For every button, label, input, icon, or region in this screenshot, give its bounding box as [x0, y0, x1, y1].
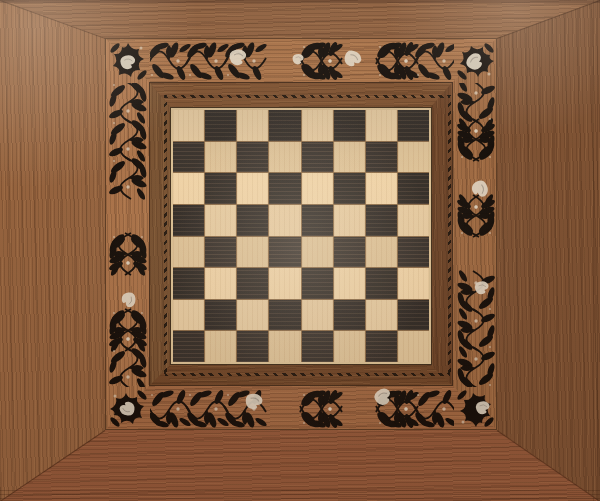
square-d5[interactable] [269, 205, 300, 236]
mother-of-pearl-icon [472, 280, 490, 295]
square-a5[interactable] [173, 205, 204, 236]
floral-vine-icon-left [106, 83, 150, 387]
square-d6[interactable] [269, 173, 300, 204]
square-a7[interactable] [173, 142, 204, 173]
square-h4[interactable] [398, 237, 429, 268]
square-b8[interactable] [205, 110, 236, 141]
mother-of-pearl-icon [341, 49, 363, 67]
square-c6[interactable] [237, 173, 268, 204]
square-d3[interactable] [269, 268, 300, 299]
square-f3[interactable] [334, 268, 365, 299]
square-f1[interactable] [334, 331, 365, 362]
square-a4[interactable] [173, 237, 204, 268]
square-g8[interactable] [366, 110, 397, 141]
square-e4[interactable] [302, 237, 333, 268]
square-d4[interactable] [269, 237, 300, 268]
square-h7[interactable] [398, 142, 429, 173]
square-d7[interactable] [269, 142, 300, 173]
square-d8[interactable] [269, 110, 300, 141]
square-f8[interactable] [334, 110, 365, 141]
table-edge-molding-top [0, 0, 600, 3]
square-f7[interactable] [334, 142, 365, 173]
square-b4[interactable] [205, 237, 236, 268]
table-edge-molding-right [590, 0, 600, 501]
mother-of-pearl-icon [473, 400, 491, 415]
square-e2[interactable] [302, 300, 333, 331]
rope-inlay-bottom [165, 373, 450, 376]
square-h8[interactable] [398, 110, 429, 141]
square-b5[interactable] [205, 205, 236, 236]
mother-of-pearl-icon [118, 401, 138, 417]
square-c3[interactable] [237, 268, 268, 299]
floral-vine-icon-bottom [150, 387, 454, 431]
square-c8[interactable] [237, 110, 268, 141]
square-b1[interactable] [205, 331, 236, 362]
mother-of-pearl-icon [226, 48, 248, 66]
square-g3[interactable] [366, 268, 397, 299]
rope-inlay-left [164, 95, 167, 377]
square-h2[interactable] [398, 300, 429, 331]
square-a2[interactable] [173, 300, 204, 331]
square-c7[interactable] [237, 142, 268, 173]
square-a1[interactable] [173, 331, 204, 362]
square-g7[interactable] [366, 142, 397, 173]
mother-of-pearl-icon [290, 53, 305, 65]
rope-inlay-right [448, 95, 451, 377]
mother-of-pearl-icon [119, 291, 139, 307]
floral-vine-icon-right [454, 83, 498, 387]
square-b2[interactable] [205, 300, 236, 331]
square-e8[interactable] [302, 110, 333, 141]
square-c5[interactable] [237, 205, 268, 236]
square-g1[interactable] [366, 331, 397, 362]
square-g4[interactable] [366, 237, 397, 268]
square-f4[interactable] [334, 237, 365, 268]
square-h5[interactable] [398, 205, 429, 236]
table-surface [0, 0, 600, 501]
square-e7[interactable] [302, 142, 333, 173]
square-c4[interactable] [237, 237, 268, 268]
square-b6[interactable] [205, 173, 236, 204]
square-a8[interactable] [173, 110, 204, 141]
square-g6[interactable] [366, 173, 397, 204]
square-e6[interactable] [302, 173, 333, 204]
mother-of-pearl-icon [469, 179, 491, 197]
square-c2[interactable] [237, 300, 268, 331]
square-h3[interactable] [398, 268, 429, 299]
mother-of-pearl-icon [371, 388, 393, 406]
square-g5[interactable] [366, 205, 397, 236]
square-g2[interactable] [366, 300, 397, 331]
square-a3[interactable] [173, 268, 204, 299]
square-b3[interactable] [205, 268, 236, 299]
square-d2[interactable] [269, 300, 300, 331]
square-f5[interactable] [334, 205, 365, 236]
chessboard[interactable] [173, 110, 429, 362]
square-f6[interactable] [334, 173, 365, 204]
mother-of-pearl-icon [117, 54, 137, 70]
table-edge-molding-bottom [0, 487, 600, 501]
chessboard-frame [170, 107, 432, 365]
rope-inlay-top [165, 95, 450, 98]
square-e5[interactable] [302, 205, 333, 236]
square-a6[interactable] [173, 173, 204, 204]
square-f2[interactable] [334, 300, 365, 331]
square-c1[interactable] [237, 331, 268, 362]
square-d1[interactable] [269, 331, 300, 362]
mother-of-pearl-icon [242, 392, 264, 410]
mother-of-pearl-icon [463, 53, 485, 71]
square-b7[interactable] [205, 142, 236, 173]
square-e1[interactable] [302, 331, 333, 362]
square-e3[interactable] [302, 268, 333, 299]
square-h6[interactable] [398, 173, 429, 204]
square-h1[interactable] [398, 331, 429, 362]
